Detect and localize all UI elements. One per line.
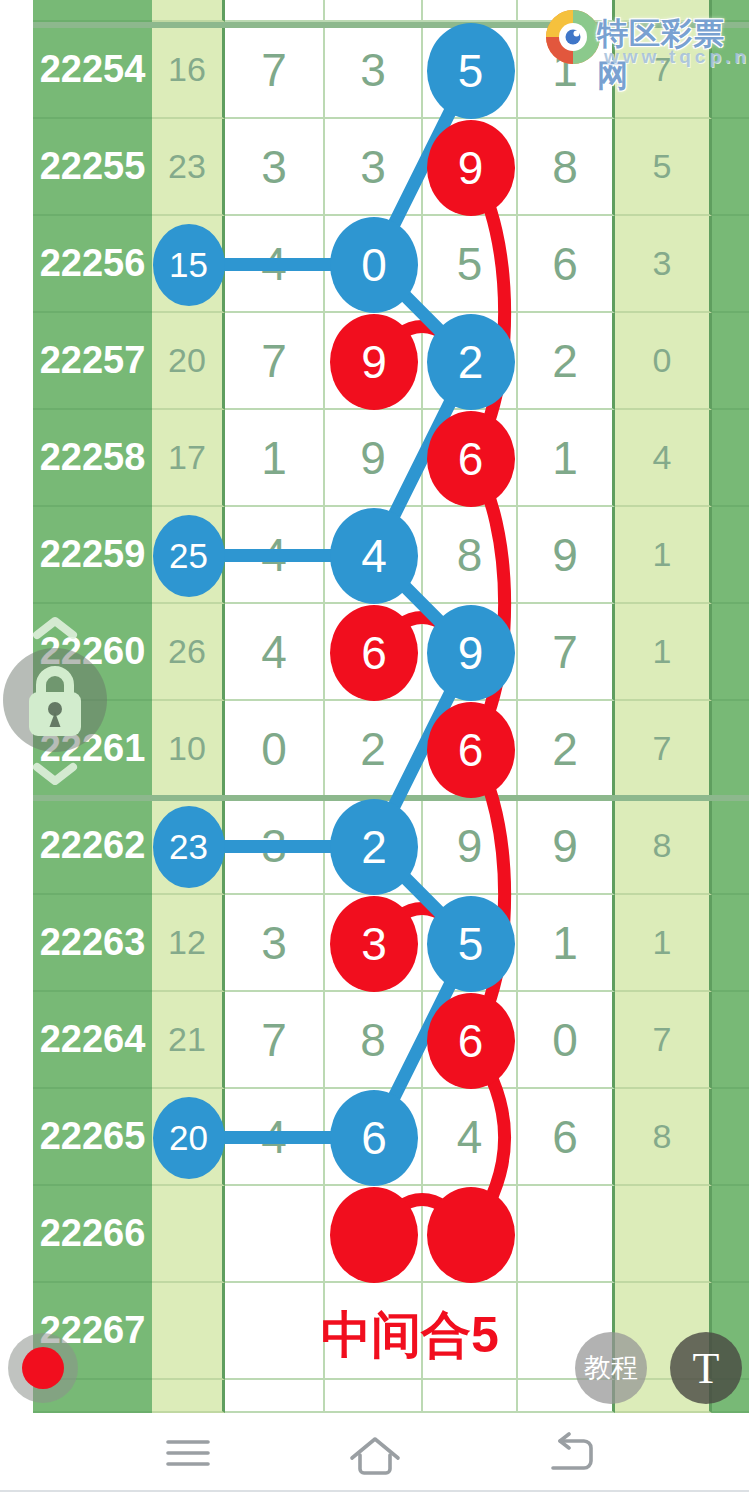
bottom-divider (0, 1490, 749, 1492)
number-cell: 4 (225, 1089, 325, 1186)
table-row: 222581719614 (33, 410, 749, 507)
chevron-up-icon[interactable] (37, 621, 73, 635)
sum-cell (152, 1186, 225, 1283)
number-cell: 3 (225, 895, 325, 992)
site-logo-icon (542, 6, 604, 68)
number-cell (225, 1380, 325, 1413)
number-cell: 3 (225, 798, 325, 895)
number-cell: 7 (518, 604, 615, 701)
blue-circle: 5 (427, 896, 515, 992)
period-cell: 22255 (33, 119, 152, 216)
red-circle: 6 (427, 702, 515, 798)
blue-circle: 5 (427, 23, 515, 119)
period-cell: 22257 (33, 313, 152, 410)
period-cell: 22266 (33, 1186, 152, 1283)
back-icon[interactable] (546, 1432, 598, 1474)
period-cell: 22263 (33, 895, 152, 992)
group-separator-top (33, 22, 749, 28)
blue-circle: 20 (153, 1097, 225, 1179)
number-cell: 1 (225, 410, 325, 507)
blue-circle: 15 (153, 224, 225, 306)
number-cell (225, 0, 325, 22)
number-cell: 3 (615, 216, 712, 313)
number-cell: 7 (615, 701, 712, 798)
table-row: 222541673517 (33, 22, 749, 119)
number-cell (225, 1186, 325, 1283)
number-cell: 3 (325, 119, 423, 216)
filler-cell (712, 119, 749, 216)
number-cell: 0 (518, 992, 615, 1089)
table-row: 222552333985 (33, 119, 749, 216)
blue-circle: 2 (330, 799, 418, 895)
period-cell: 22259 (33, 507, 152, 604)
table-row: 222611002627 (33, 701, 749, 798)
filler-cell (712, 22, 749, 119)
number-cell (615, 0, 712, 22)
blue-circle: 25 (153, 515, 225, 597)
number-cell: 4 (225, 216, 325, 313)
group-separator-mid (33, 795, 749, 801)
filler-cell (712, 701, 749, 798)
sum-cell: 17 (152, 410, 225, 507)
number-cell (615, 1186, 712, 1283)
number-cell: 5 (423, 216, 518, 313)
tutorial-button[interactable]: 教程 (575, 1332, 647, 1404)
filler-cell (712, 1089, 749, 1186)
period-cell: 22258 (33, 410, 152, 507)
number-cell: 7 (225, 313, 325, 410)
number-cell: 9 (423, 798, 518, 895)
period-cell: 22256 (33, 216, 152, 313)
number-cell: 7 (225, 992, 325, 1089)
period-cell: 22264 (33, 992, 152, 1089)
record-dot-icon (22, 1347, 64, 1389)
blue-circle: 9 (427, 605, 515, 701)
filler-cell (712, 1186, 749, 1283)
lock-widget[interactable] (0, 608, 112, 794)
sum-cell (152, 0, 225, 22)
period-cell: 22265 (33, 1089, 152, 1186)
number-cell: 8 (325, 992, 423, 1089)
filler-cell (712, 895, 749, 992)
number-cell: 3 (225, 119, 325, 216)
number-cell: 7 (615, 22, 712, 119)
sum-cell (152, 1380, 225, 1413)
lottery-trend-screen: 2225416735172225523339852225615405632225… (0, 0, 749, 1500)
number-cell: 2 (518, 701, 615, 798)
sum-cell: 23 (152, 119, 225, 216)
red-circle: 3 (330, 896, 418, 992)
table-row: 222642178607 (33, 992, 749, 1089)
menu-icon[interactable] (165, 1438, 211, 1472)
filler-cell (712, 992, 749, 1089)
filler-cell (712, 216, 749, 313)
number-cell (518, 1186, 615, 1283)
number-cell: 1 (615, 604, 712, 701)
number-cell: 4 (615, 410, 712, 507)
record-button[interactable] (8, 1333, 78, 1403)
sum-cell: 21 (152, 992, 225, 1089)
blue-circle: 0 (330, 217, 418, 313)
period-cell (33, 0, 152, 22)
sum-cell: 12 (152, 895, 225, 992)
home-icon[interactable] (348, 1434, 402, 1478)
filler-cell (712, 313, 749, 410)
sum-cell: 16 (152, 22, 225, 119)
number-cell: 4 (225, 507, 325, 604)
table-row (33, 0, 749, 22)
text-tool-button[interactable]: T (670, 1332, 742, 1404)
number-cell: 4 (423, 1089, 518, 1186)
period-cell: 22262 (33, 798, 152, 895)
red-circle: 6 (427, 411, 515, 507)
number-cell: 0 (225, 701, 325, 798)
number-cell: 4 (225, 604, 325, 701)
number-cell (325, 1380, 423, 1413)
number-cell: 7 (225, 22, 325, 119)
number-cell: 9 (325, 410, 423, 507)
sum-cell: 20 (152, 313, 225, 410)
filler-cell (712, 507, 749, 604)
number-cell: 3 (325, 22, 423, 119)
number-cell: 7 (615, 992, 712, 1089)
red-circle: 6 (427, 993, 515, 1089)
number-cell: 9 (518, 798, 615, 895)
number-cell: 8 (615, 798, 712, 895)
number-cell: 0 (615, 313, 712, 410)
number-cell: 6 (518, 216, 615, 313)
sum-cell: 10 (152, 701, 225, 798)
annotation-text: 中间合5 (300, 1302, 520, 1369)
number-cell: 1 (518, 410, 615, 507)
number-cell: 1 (615, 895, 712, 992)
number-cell: 8 (615, 1089, 712, 1186)
number-cell: 1 (518, 895, 615, 992)
sum-cell (152, 1283, 225, 1380)
blue-circle: 2 (427, 314, 515, 410)
filler-cell (712, 798, 749, 895)
number-cell (423, 1380, 518, 1413)
sum-cell: 26 (152, 604, 225, 701)
number-cell (423, 0, 518, 22)
red-circle: 6 (330, 605, 418, 701)
number-cell: 1 (615, 507, 712, 604)
filler-cell (712, 604, 749, 701)
blue-circle: 6 (330, 1090, 418, 1186)
period-cell: 22254 (33, 22, 152, 119)
blue-circle: 4 (330, 508, 418, 604)
number-cell: 8 (423, 507, 518, 604)
number-cell: 2 (325, 701, 423, 798)
blue-circle: 23 (153, 806, 225, 888)
red-circle: 9 (330, 314, 418, 410)
filler-cell (712, 0, 749, 22)
red-circle (330, 1187, 418, 1283)
number-cell (325, 0, 423, 22)
red-circle (427, 1187, 515, 1283)
android-navbar (0, 1413, 749, 1500)
number-cell: 5 (615, 119, 712, 216)
chevron-down-icon[interactable] (37, 767, 73, 781)
number-cell: 9 (518, 507, 615, 604)
number-cell: 2 (518, 313, 615, 410)
number-cell: 6 (518, 1089, 615, 1186)
red-circle: 9 (427, 120, 515, 216)
filler-cell (712, 410, 749, 507)
number-cell: 8 (518, 119, 615, 216)
